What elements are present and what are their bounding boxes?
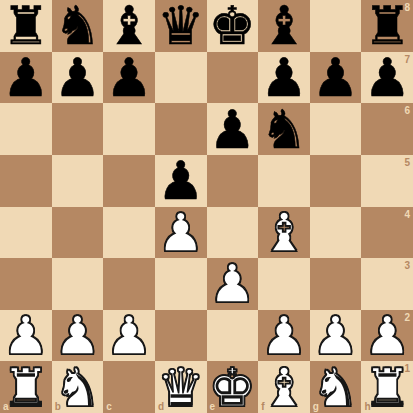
square-e2[interactable] bbox=[207, 310, 259, 362]
square-b6[interactable] bbox=[52, 103, 104, 155]
square-g5[interactable] bbox=[310, 155, 362, 207]
square-d6[interactable] bbox=[155, 103, 207, 155]
square-c7[interactable]: ♟ bbox=[103, 52, 155, 104]
square-b7[interactable]: ♟ bbox=[52, 52, 104, 104]
file-label-c: c bbox=[106, 401, 112, 412]
black-pawn[interactable]: ♟ bbox=[105, 52, 153, 103]
square-g3[interactable] bbox=[310, 258, 362, 310]
square-e8[interactable]: ♚ bbox=[207, 0, 259, 52]
square-f3[interactable] bbox=[258, 258, 310, 310]
square-f4[interactable]: ♝ bbox=[258, 207, 310, 259]
white-pawn[interactable]: ♟ bbox=[363, 310, 411, 361]
white-pawn[interactable]: ♟ bbox=[105, 310, 153, 361]
square-g2[interactable]: ♟ bbox=[310, 310, 362, 362]
square-a1[interactable]: ♜a bbox=[0, 361, 52, 413]
white-pawn[interactable]: ♟ bbox=[312, 310, 360, 361]
square-g8[interactable] bbox=[310, 0, 362, 52]
square-a4[interactable] bbox=[0, 207, 52, 259]
black-pawn[interactable]: ♟ bbox=[209, 104, 257, 155]
square-h7[interactable]: ♟7 bbox=[361, 52, 413, 104]
black-pawn[interactable]: ♟ bbox=[54, 52, 102, 103]
square-a2[interactable]: ♟ bbox=[0, 310, 52, 362]
square-c8[interactable]: ♝ bbox=[103, 0, 155, 52]
white-knight[interactable]: ♞ bbox=[54, 362, 102, 413]
black-rook[interactable]: ♜ bbox=[363, 0, 411, 51]
square-h4[interactable]: 4 bbox=[361, 207, 413, 259]
square-c1[interactable]: c bbox=[103, 361, 155, 413]
square-g1[interactable]: ♞g bbox=[310, 361, 362, 413]
square-e6[interactable]: ♟ bbox=[207, 103, 259, 155]
black-king[interactable]: ♚ bbox=[209, 0, 257, 51]
square-f7[interactable]: ♟ bbox=[258, 52, 310, 104]
white-rook[interactable]: ♜ bbox=[2, 362, 50, 413]
white-bishop[interactable]: ♝ bbox=[260, 207, 308, 258]
square-e1[interactable]: ♚e bbox=[207, 361, 259, 413]
square-h8[interactable]: ♜8 bbox=[361, 0, 413, 52]
square-c4[interactable] bbox=[103, 207, 155, 259]
black-knight[interactable]: ♞ bbox=[54, 0, 102, 51]
square-d1[interactable]: ♛d bbox=[155, 361, 207, 413]
square-f8[interactable]: ♝ bbox=[258, 0, 310, 52]
white-pawn[interactable]: ♟ bbox=[157, 207, 205, 258]
square-h5[interactable]: 5 bbox=[361, 155, 413, 207]
square-a7[interactable]: ♟ bbox=[0, 52, 52, 104]
square-h2[interactable]: ♟2 bbox=[361, 310, 413, 362]
black-pawn[interactable]: ♟ bbox=[157, 155, 205, 206]
square-f1[interactable]: ♝f bbox=[258, 361, 310, 413]
square-b8[interactable]: ♞ bbox=[52, 0, 104, 52]
square-f5[interactable] bbox=[258, 155, 310, 207]
square-a8[interactable]: ♜ bbox=[0, 0, 52, 52]
black-bishop[interactable]: ♝ bbox=[105, 0, 153, 51]
rank-label-5: 5 bbox=[404, 157, 410, 168]
square-c6[interactable] bbox=[103, 103, 155, 155]
square-c5[interactable] bbox=[103, 155, 155, 207]
black-pawn[interactable]: ♟ bbox=[2, 52, 50, 103]
rank-label-3: 3 bbox=[404, 260, 410, 271]
square-d3[interactable] bbox=[155, 258, 207, 310]
square-b4[interactable] bbox=[52, 207, 104, 259]
square-a5[interactable] bbox=[0, 155, 52, 207]
black-bishop[interactable]: ♝ bbox=[260, 0, 308, 51]
square-d2[interactable] bbox=[155, 310, 207, 362]
white-pawn[interactable]: ♟ bbox=[209, 258, 257, 309]
black-rook[interactable]: ♜ bbox=[2, 0, 50, 51]
square-h1[interactable]: ♜1h bbox=[361, 361, 413, 413]
white-pawn[interactable]: ♟ bbox=[2, 310, 50, 361]
square-a6[interactable] bbox=[0, 103, 52, 155]
square-b2[interactable]: ♟ bbox=[52, 310, 104, 362]
square-e7[interactable] bbox=[207, 52, 259, 104]
square-e5[interactable] bbox=[207, 155, 259, 207]
square-b1[interactable]: ♞b bbox=[52, 361, 104, 413]
square-f2[interactable]: ♟ bbox=[258, 310, 310, 362]
square-e4[interactable] bbox=[207, 207, 259, 259]
white-pawn[interactable]: ♟ bbox=[54, 310, 102, 361]
white-queen[interactable]: ♛ bbox=[157, 362, 205, 413]
square-g4[interactable] bbox=[310, 207, 362, 259]
square-g6[interactable] bbox=[310, 103, 362, 155]
square-d5[interactable]: ♟ bbox=[155, 155, 207, 207]
white-king[interactable]: ♚ bbox=[209, 362, 257, 413]
square-e3[interactable]: ♟ bbox=[207, 258, 259, 310]
chess-board: ♜♞♝♛♚♝♜8♟♟♟♟♟♟7♟♞6♟5♟♝4♟3♟♟♟♟♟♟2♜a♞bc♛d♚… bbox=[0, 0, 413, 413]
black-queen[interactable]: ♛ bbox=[157, 0, 205, 51]
square-b3[interactable] bbox=[52, 258, 104, 310]
rank-label-4: 4 bbox=[404, 209, 410, 220]
square-c3[interactable] bbox=[103, 258, 155, 310]
black-pawn[interactable]: ♟ bbox=[363, 52, 411, 103]
square-h6[interactable]: 6 bbox=[361, 103, 413, 155]
black-pawn[interactable]: ♟ bbox=[260, 52, 308, 103]
white-knight[interactable]: ♞ bbox=[312, 362, 360, 413]
square-f6[interactable]: ♞ bbox=[258, 103, 310, 155]
square-b5[interactable] bbox=[52, 155, 104, 207]
square-g7[interactable]: ♟ bbox=[310, 52, 362, 104]
square-a3[interactable] bbox=[0, 258, 52, 310]
square-d4[interactable]: ♟ bbox=[155, 207, 207, 259]
square-h3[interactable]: 3 bbox=[361, 258, 413, 310]
black-knight[interactable]: ♞ bbox=[260, 104, 308, 155]
black-pawn[interactable]: ♟ bbox=[312, 52, 360, 103]
square-d7[interactable] bbox=[155, 52, 207, 104]
white-pawn[interactable]: ♟ bbox=[260, 310, 308, 361]
white-rook[interactable]: ♜ bbox=[363, 362, 411, 413]
square-d8[interactable]: ♛ bbox=[155, 0, 207, 52]
white-bishop[interactable]: ♝ bbox=[260, 362, 308, 413]
square-c2[interactable]: ♟ bbox=[103, 310, 155, 362]
